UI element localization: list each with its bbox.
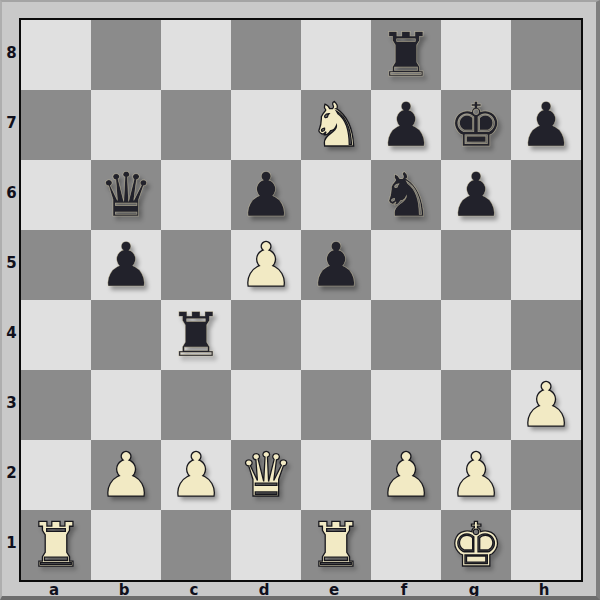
file-labels: abcdefgh: [19, 582, 579, 598]
file-label-h: h: [509, 582, 579, 598]
square-f3[interactable]: [371, 370, 441, 440]
square-a4[interactable]: [21, 300, 91, 370]
piece-white-rook: ♜: [309, 510, 364, 580]
square-c3[interactable]: [161, 370, 231, 440]
piece-black-king: ♚: [449, 90, 504, 160]
diagram-frame: 87654321 ♜♞♟♚♟♛♟♞♟♟♟♟♜♟♟♟♛♟♟♜♜♚ abcdefgh: [0, 0, 600, 600]
piece-black-pawn: ♟: [99, 230, 154, 300]
square-c6[interactable]: [161, 160, 231, 230]
piece-white-knight: ♞: [309, 90, 364, 160]
file-label-e: e: [299, 582, 369, 598]
piece-white-pawn: ♟: [239, 230, 294, 300]
square-b7[interactable]: [91, 90, 161, 160]
square-c4[interactable]: ♜: [161, 300, 231, 370]
square-g2[interactable]: ♟: [441, 440, 511, 510]
square-f1[interactable]: [371, 510, 441, 580]
square-h1[interactable]: [511, 510, 581, 580]
square-a3[interactable]: [21, 370, 91, 440]
square-d1[interactable]: [231, 510, 301, 580]
piece-white-pawn: ♟: [519, 370, 574, 440]
square-d6[interactable]: ♟: [231, 160, 301, 230]
square-c8[interactable]: [161, 20, 231, 90]
square-c7[interactable]: [161, 90, 231, 160]
square-g4[interactable]: [441, 300, 511, 370]
piece-black-pawn: ♟: [519, 90, 574, 160]
square-d3[interactable]: [231, 370, 301, 440]
square-e7[interactable]: ♞: [301, 90, 371, 160]
square-h5[interactable]: [511, 230, 581, 300]
piece-black-pawn: ♟: [309, 230, 364, 300]
square-b3[interactable]: [91, 370, 161, 440]
square-f6[interactable]: ♞: [371, 160, 441, 230]
piece-white-king: ♚: [449, 510, 504, 580]
piece-white-pawn: ♟: [169, 440, 224, 510]
square-e2[interactable]: [301, 440, 371, 510]
square-b4[interactable]: [91, 300, 161, 370]
piece-white-queen: ♛: [239, 440, 294, 510]
square-g8[interactable]: [441, 20, 511, 90]
square-f2[interactable]: ♟: [371, 440, 441, 510]
square-f8[interactable]: ♜: [371, 20, 441, 90]
square-h6[interactable]: [511, 160, 581, 230]
square-g1[interactable]: ♚: [441, 510, 511, 580]
square-a2[interactable]: [21, 440, 91, 510]
file-label-c: c: [159, 582, 229, 598]
square-e3[interactable]: [301, 370, 371, 440]
square-b1[interactable]: [91, 510, 161, 580]
square-e1[interactable]: ♜: [301, 510, 371, 580]
square-a8[interactable]: [21, 20, 91, 90]
piece-white-pawn: ♟: [449, 440, 504, 510]
square-h7[interactable]: ♟: [511, 90, 581, 160]
piece-white-rook: ♜: [29, 510, 84, 580]
square-b6[interactable]: ♛: [91, 160, 161, 230]
square-d5[interactable]: ♟: [231, 230, 301, 300]
square-d8[interactable]: [231, 20, 301, 90]
square-b2[interactable]: ♟: [91, 440, 161, 510]
square-e8[interactable]: [301, 20, 371, 90]
file-label-b: b: [89, 582, 159, 598]
square-a7[interactable]: [21, 90, 91, 160]
piece-black-pawn: ♟: [239, 160, 294, 230]
square-h8[interactable]: [511, 20, 581, 90]
square-g5[interactable]: [441, 230, 511, 300]
square-e4[interactable]: [301, 300, 371, 370]
square-e6[interactable]: [301, 160, 371, 230]
file-label-g: g: [439, 582, 509, 598]
square-g3[interactable]: [441, 370, 511, 440]
chess-board: ♜♞♟♚♟♛♟♞♟♟♟♟♜♟♟♟♛♟♟♜♜♚: [19, 18, 583, 582]
square-c1[interactable]: [161, 510, 231, 580]
piece-black-knight: ♞: [379, 160, 434, 230]
square-b5[interactable]: ♟: [91, 230, 161, 300]
square-e5[interactable]: ♟: [301, 230, 371, 300]
square-a1[interactable]: ♜: [21, 510, 91, 580]
square-b8[interactable]: [91, 20, 161, 90]
square-d7[interactable]: [231, 90, 301, 160]
square-a5[interactable]: [21, 230, 91, 300]
piece-black-pawn: ♟: [449, 160, 504, 230]
square-h3[interactable]: ♟: [511, 370, 581, 440]
piece-white-pawn: ♟: [99, 440, 154, 510]
square-d4[interactable]: [231, 300, 301, 370]
square-g7[interactable]: ♚: [441, 90, 511, 160]
square-g6[interactable]: ♟: [441, 160, 511, 230]
square-h4[interactable]: [511, 300, 581, 370]
file-label-f: f: [369, 582, 439, 598]
piece-black-pawn: ♟: [379, 90, 434, 160]
square-f4[interactable]: [371, 300, 441, 370]
square-h2[interactable]: [511, 440, 581, 510]
piece-black-rook: ♜: [169, 300, 224, 370]
file-label-d: d: [229, 582, 299, 598]
piece-white-pawn: ♟: [379, 440, 434, 510]
square-f7[interactable]: ♟: [371, 90, 441, 160]
piece-black-queen: ♛: [99, 160, 154, 230]
square-a6[interactable]: [21, 160, 91, 230]
piece-black-rook: ♜: [379, 20, 434, 90]
square-c2[interactable]: ♟: [161, 440, 231, 510]
square-d2[interactable]: ♛: [231, 440, 301, 510]
square-f5[interactable]: [371, 230, 441, 300]
file-label-a: a: [19, 582, 89, 598]
square-c5[interactable]: [161, 230, 231, 300]
